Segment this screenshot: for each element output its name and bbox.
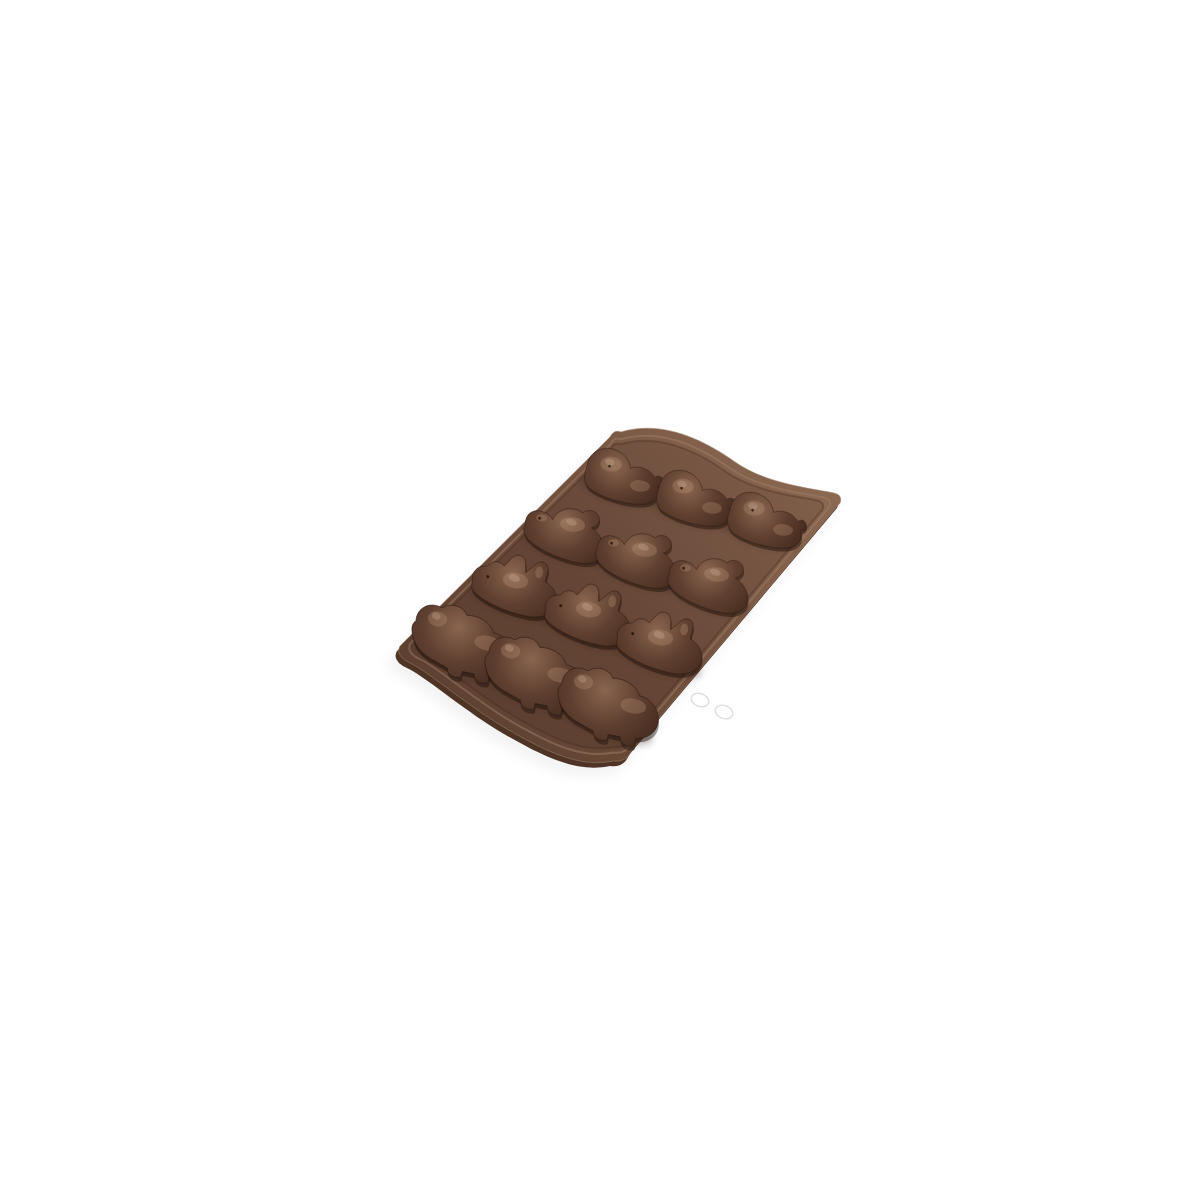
chocolate-mold-photo [0,0,1200,1200]
embossed-logo-mark [689,691,710,709]
product-photo-canvas [0,0,1200,1200]
embossed-logo-mark [713,703,734,721]
